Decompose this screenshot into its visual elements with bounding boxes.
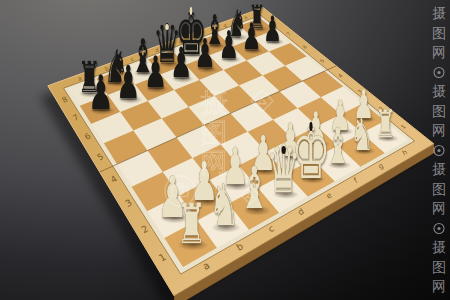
chess-board: 8877665544332211aabbccddeeffgghh [0,0,450,300]
chess-photo-scene: 8877665544332211aabbccddeeffgghh ♜♞♟♝♟♚♟… [0,0,450,300]
